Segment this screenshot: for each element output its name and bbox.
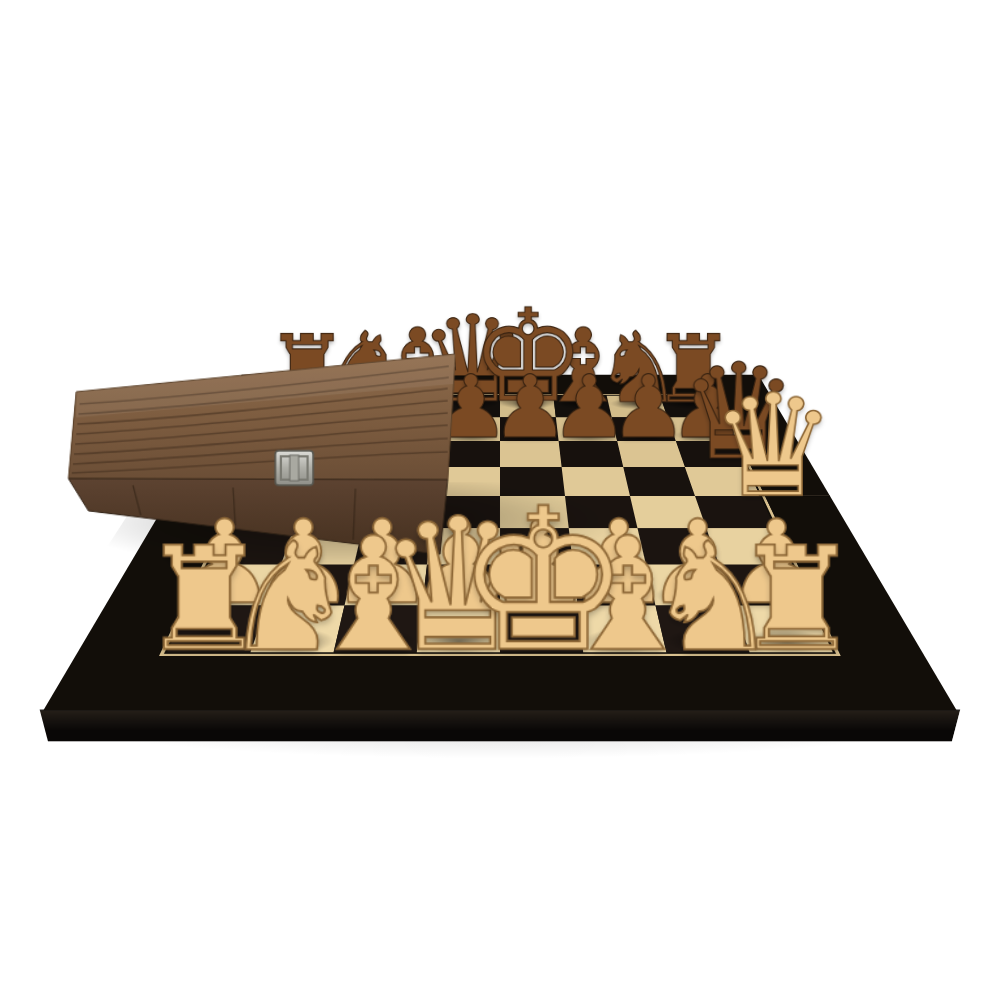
piece-white-king[interactable]: ♚ bbox=[454, 493, 630, 670]
perspective-scene: ♜♞♝♛♚♝♞♜♟♟♟♟♟♟♟♟♟♟♟♟♟♟♟♟♜♞♝♛♚♝♞♜ bbox=[0, 0, 1000, 1000]
chess-board[interactable]: ♜♞♝♛♚♝♞♜♟♟♟♟♟♟♟♟♟♟♟♟♟♟♟♟♜♞♝♛♚♝♞♜ bbox=[43, 375, 956, 711]
square-g7[interactable]: ♟ bbox=[612, 417, 676, 441]
spare-white-queen[interactable]: ♛ bbox=[709, 383, 836, 510]
scene: ♜♞♝♛♚♝♞♜♟♟♟♟♟♟♟♟♟♟♟♟♟♟♟♟♜♞♝♛♚♝♞♜ bbox=[0, 0, 1000, 1000]
board-front-edge bbox=[40, 710, 961, 742]
box-clasp bbox=[275, 451, 313, 485]
square-e1[interactable]: ♚ bbox=[500, 606, 583, 653]
square-f7[interactable]: ♟ bbox=[556, 417, 617, 441]
